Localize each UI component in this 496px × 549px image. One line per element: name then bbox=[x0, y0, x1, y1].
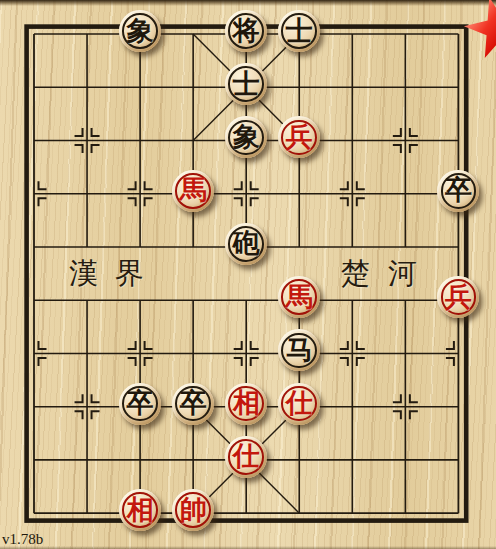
board-point[interactable] bbox=[61, 433, 114, 486]
piece-glyph: 卒 bbox=[437, 170, 479, 212]
board-point[interactable] bbox=[379, 167, 432, 220]
board-point[interactable] bbox=[326, 380, 379, 433]
board-point[interactable] bbox=[326, 433, 379, 486]
piece-red-elephant-e8[interactable]: 相 bbox=[225, 383, 267, 425]
board-point[interactable]: 卒 bbox=[432, 167, 485, 220]
board-point[interactable] bbox=[167, 220, 220, 273]
board-point[interactable] bbox=[432, 220, 485, 273]
board-point[interactable] bbox=[8, 327, 61, 380]
piece-black-advisor-e2[interactable]: 士 bbox=[225, 63, 267, 105]
board-point[interactable] bbox=[114, 433, 167, 486]
board-point[interactable] bbox=[273, 220, 326, 273]
board-point[interactable]: 将 bbox=[220, 7, 273, 60]
board-point[interactable]: 仕 bbox=[273, 380, 326, 433]
board-point[interactable]: 士 bbox=[273, 7, 326, 60]
piece-glyph: 将 bbox=[225, 10, 267, 52]
board-point[interactable]: 相 bbox=[114, 487, 167, 540]
board-point[interactable] bbox=[273, 433, 326, 486]
board-point[interactable] bbox=[8, 114, 61, 167]
board-point[interactable] bbox=[61, 274, 114, 327]
piece-black-elephant-e3[interactable]: 象 bbox=[225, 116, 267, 158]
board-point[interactable]: 士 bbox=[220, 61, 273, 114]
board-point[interactable] bbox=[326, 274, 379, 327]
board-point[interactable] bbox=[379, 220, 432, 273]
board-point[interactable] bbox=[379, 61, 432, 114]
board-point[interactable]: 帥 bbox=[167, 487, 220, 540]
board-point[interactable] bbox=[432, 433, 485, 486]
piece-glyph: 士 bbox=[278, 10, 320, 52]
piece-red-general-d10[interactable]: 帥 bbox=[172, 489, 214, 531]
board-point[interactable]: 兵 bbox=[432, 274, 485, 327]
board-point[interactable] bbox=[432, 327, 485, 380]
piece-glyph: 象 bbox=[119, 10, 161, 52]
piece-glyph: 兵 bbox=[437, 276, 479, 318]
board-point[interactable] bbox=[8, 433, 61, 486]
board-point[interactable] bbox=[379, 433, 432, 486]
board-point[interactable] bbox=[273, 61, 326, 114]
board-point[interactable]: 馬 bbox=[167, 167, 220, 220]
board-point[interactable] bbox=[167, 433, 220, 486]
board-point[interactable] bbox=[8, 274, 61, 327]
board-point[interactable]: 卒 bbox=[167, 380, 220, 433]
board-point[interactable] bbox=[326, 7, 379, 60]
board-point[interactable] bbox=[379, 380, 432, 433]
piece-glyph: 帥 bbox=[172, 489, 214, 531]
board-point[interactable] bbox=[61, 7, 114, 60]
board-point[interactable] bbox=[326, 61, 379, 114]
board-point[interactable] bbox=[8, 61, 61, 114]
board-point[interactable] bbox=[326, 220, 379, 273]
xiangqi-app: 漢界 楚河 象将士士象兵馬卒砲馬兵马卒卒相仕仕相帥 v1.78b bbox=[0, 0, 496, 549]
piece-black-cannon-e5[interactable]: 砲 bbox=[225, 223, 267, 265]
piece-glyph: 卒 bbox=[172, 383, 214, 425]
version-label: v1.78b bbox=[2, 531, 43, 548]
piece-red-horse-d4[interactable]: 馬 bbox=[172, 170, 214, 212]
board-point[interactable]: 相 bbox=[220, 380, 273, 433]
board-point[interactable]: 馬 bbox=[273, 274, 326, 327]
board-point[interactable] bbox=[114, 220, 167, 273]
board-point[interactable] bbox=[326, 327, 379, 380]
board-point[interactable] bbox=[379, 114, 432, 167]
piece-glyph: 象 bbox=[225, 116, 267, 158]
piece-black-general-e1[interactable]: 将 bbox=[225, 10, 267, 52]
board-point[interactable] bbox=[114, 327, 167, 380]
board-point[interactable] bbox=[8, 220, 61, 273]
piece-glyph: 仕 bbox=[225, 436, 267, 478]
board-point[interactable] bbox=[220, 487, 273, 540]
piece-red-horse-f6[interactable]: 馬 bbox=[278, 276, 320, 318]
board-point[interactable] bbox=[61, 327, 114, 380]
piece-glyph: 卒 bbox=[119, 383, 161, 425]
piece-red-soldier-i6[interactable]: 兵 bbox=[437, 276, 479, 318]
piece-glyph: 仕 bbox=[278, 383, 320, 425]
board-point[interactable] bbox=[379, 487, 432, 540]
board-point[interactable] bbox=[114, 274, 167, 327]
board-point[interactable] bbox=[220, 274, 273, 327]
board-point[interactable] bbox=[432, 487, 485, 540]
board-point[interactable] bbox=[432, 380, 485, 433]
piece-black-soldier-d8[interactable]: 卒 bbox=[172, 383, 214, 425]
board-point[interactable] bbox=[432, 114, 485, 167]
piece-glyph: 馬 bbox=[278, 276, 320, 318]
board-point[interactable] bbox=[167, 274, 220, 327]
piece-red-advisor-e9[interactable]: 仕 bbox=[225, 436, 267, 478]
board-point[interactable] bbox=[220, 327, 273, 380]
piece-glyph: 士 bbox=[225, 63, 267, 105]
board-point[interactable]: 象 bbox=[220, 114, 273, 167]
board-point[interactable] bbox=[326, 167, 379, 220]
board-point[interactable] bbox=[61, 487, 114, 540]
board-point[interactable]: 卒 bbox=[114, 380, 167, 433]
piece-black-elephant-c1[interactable]: 象 bbox=[119, 10, 161, 52]
piece-black-soldier-c8[interactable]: 卒 bbox=[119, 383, 161, 425]
piece-black-advisor-f1[interactable]: 士 bbox=[278, 10, 320, 52]
board-point[interactable] bbox=[114, 114, 167, 167]
piece-glyph: 相 bbox=[119, 489, 161, 531]
board-point[interactable] bbox=[61, 61, 114, 114]
piece-glyph: 兵 bbox=[278, 116, 320, 158]
piece-black-soldier-i4[interactable]: 卒 bbox=[437, 170, 479, 212]
board-point[interactable] bbox=[61, 114, 114, 167]
board-point[interactable] bbox=[8, 380, 61, 433]
board-point[interactable] bbox=[379, 327, 432, 380]
board-point[interactable] bbox=[167, 7, 220, 60]
piece-black-horse-f7[interactable]: 马 bbox=[278, 329, 320, 371]
board-point[interactable] bbox=[273, 487, 326, 540]
xiangqi-board: 象将士士象兵馬卒砲馬兵马卒卒相仕仕相帥 bbox=[8, 7, 485, 539]
board-point[interactable] bbox=[326, 487, 379, 540]
board-point[interactable] bbox=[167, 61, 220, 114]
board-point[interactable] bbox=[114, 61, 167, 114]
board-point[interactable] bbox=[273, 167, 326, 220]
board-point[interactable] bbox=[61, 220, 114, 273]
board-point[interactable] bbox=[61, 380, 114, 433]
board-point[interactable]: 仕 bbox=[220, 433, 273, 486]
board-point[interactable]: 砲 bbox=[220, 220, 273, 273]
board-point[interactable] bbox=[167, 327, 220, 380]
piece-red-advisor-f8[interactable]: 仕 bbox=[278, 383, 320, 425]
board-point[interactable] bbox=[326, 114, 379, 167]
board-point[interactable]: 象 bbox=[114, 7, 167, 60]
board-point[interactable] bbox=[432, 61, 485, 114]
board-point[interactable]: 兵 bbox=[273, 114, 326, 167]
piece-glyph: 砲 bbox=[225, 223, 267, 265]
piece-glyph: 相 bbox=[225, 383, 267, 425]
board-point[interactable] bbox=[379, 274, 432, 327]
board-point[interactable] bbox=[114, 167, 167, 220]
piece-glyph: 马 bbox=[278, 329, 320, 371]
board-point[interactable] bbox=[8, 7, 61, 60]
piece-red-elephant-c10[interactable]: 相 bbox=[119, 489, 161, 531]
piece-glyph: 馬 bbox=[172, 170, 214, 212]
piece-red-soldier-f3[interactable]: 兵 bbox=[278, 116, 320, 158]
board-point[interactable]: 马 bbox=[273, 327, 326, 380]
board-point[interactable] bbox=[432, 7, 485, 60]
board-point[interactable] bbox=[379, 7, 432, 60]
board-point[interactable] bbox=[220, 167, 273, 220]
board-point[interactable] bbox=[61, 167, 114, 220]
board-point[interactable] bbox=[8, 167, 61, 220]
board-point[interactable] bbox=[167, 114, 220, 167]
